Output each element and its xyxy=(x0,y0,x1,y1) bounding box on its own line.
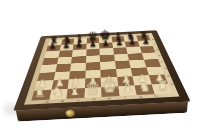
file-label-f: f xyxy=(117,96,133,100)
square-e1: ♚ xyxy=(101,86,119,97)
piece-white-knight: ♞ xyxy=(51,85,64,99)
file-label-a: a xyxy=(39,100,55,104)
product-photo-stage: ♜♞♝♛♚♝♞♜♟♟♟♟♟♟♟♟♟♟♟♟♟♟♟♟♜♞♝♛♚♝♞♜ abcdefg… xyxy=(0,0,200,133)
file-label-h: h xyxy=(148,94,165,98)
piece-black-pawn: ♟ xyxy=(102,40,110,49)
piece-white-knight: ♞ xyxy=(139,80,152,94)
board-inlay-border: ♜♞♝♛♚♝♞♜♟♟♟♟♟♟♟♟♟♟♟♟♟♟♟♟♜♞♝♛♚♝♞♜ abcdefg… xyxy=(24,33,179,105)
brass-latch xyxy=(66,110,76,117)
square-b5 xyxy=(57,57,72,65)
square-h4 xyxy=(143,59,160,67)
file-label-c: c xyxy=(70,98,86,102)
file-label-d: d xyxy=(86,97,102,101)
square-b6 xyxy=(58,50,73,57)
square-d1: ♛ xyxy=(84,87,102,98)
file-label-b: b xyxy=(55,99,71,103)
piece-white-rook: ♜ xyxy=(156,79,169,93)
square-f4 xyxy=(114,60,130,68)
board-frame: ♜♞♝♛♚♝♞♜♟♟♟♟♟♟♟♟♟♟♟♟♟♟♟♟♜♞♝♛♚♝♞♜ abcdefg… xyxy=(13,30,190,110)
piece-black-pawn: ♟ xyxy=(75,41,83,50)
square-h1: ♜ xyxy=(151,83,172,94)
piece-black-pawn: ♟ xyxy=(142,37,150,46)
chess-board: ♜♞♝♛♚♝♞♜♟♟♟♟♟♟♟♟♟♟♟♟♟♟♟♟♜♞♝♛♚♝♞♜ xyxy=(31,35,171,101)
piece-black-pawn: ♟ xyxy=(49,42,57,51)
piece-white-bishop: ♝ xyxy=(68,83,82,98)
piece-white-king: ♚ xyxy=(101,77,118,96)
chess-set-box: ♜♞♝♛♚♝♞♜♟♟♟♟♟♟♟♟♟♟♟♟♟♟♟♟♜♞♝♛♚♝♞♜ abcdefg… xyxy=(13,30,190,110)
square-f5 xyxy=(114,54,129,62)
piece-white-rook: ♜ xyxy=(34,86,47,100)
piece-black-pawn: ♟ xyxy=(115,39,123,48)
file-label-e: e xyxy=(102,96,118,100)
piece-white-bishop: ♝ xyxy=(121,80,135,95)
piece-black-pawn: ♟ xyxy=(128,38,136,47)
square-e5 xyxy=(100,54,115,62)
piece-black-pawn: ♟ xyxy=(89,40,97,49)
piece-white-queen: ♛ xyxy=(84,79,100,97)
square-b1: ♞ xyxy=(49,89,68,100)
square-f1: ♝ xyxy=(118,85,137,96)
file-label-g: g xyxy=(133,95,149,99)
square-c5 xyxy=(71,56,86,64)
square-g1: ♞ xyxy=(134,84,154,95)
perspective-scene: ♜♞♝♛♚♝♞♜♟♟♟♟♟♟♟♟♟♟♟♟♟♟♟♟♜♞♝♛♚♝♞♜ abcdefg… xyxy=(0,0,200,133)
piece-black-pawn: ♟ xyxy=(62,42,70,51)
square-c1: ♝ xyxy=(66,88,84,99)
